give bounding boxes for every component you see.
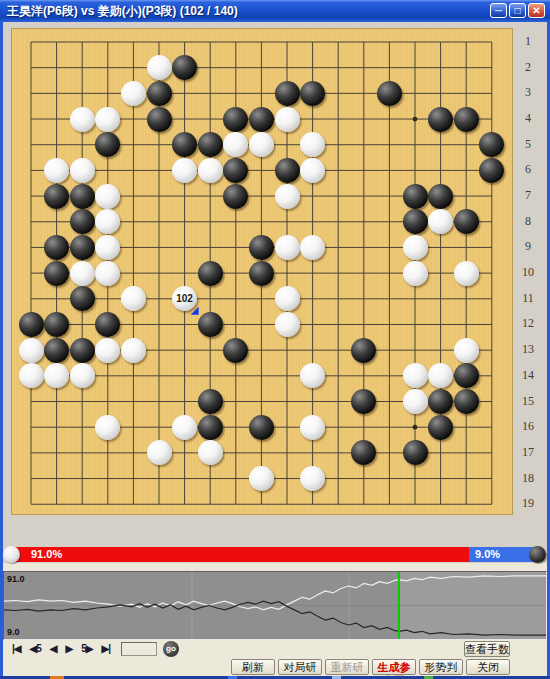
row-label: 6 bbox=[519, 162, 537, 177]
black-stone bbox=[223, 107, 248, 132]
black-stone bbox=[403, 184, 428, 209]
view-moves-button[interactable]: 查看手数 bbox=[464, 641, 510, 657]
black-stone bbox=[403, 209, 428, 234]
row-label: 8 bbox=[519, 214, 537, 229]
black-stone bbox=[198, 261, 223, 286]
black-stone bbox=[44, 338, 69, 363]
white-stone bbox=[121, 338, 146, 363]
white-stone bbox=[70, 107, 95, 132]
last-move-number: 102 bbox=[172, 286, 197, 311]
black-stone bbox=[454, 389, 479, 414]
black-stone bbox=[198, 132, 223, 157]
black-stone bbox=[428, 184, 453, 209]
white-stone bbox=[198, 158, 223, 183]
row-label: 2 bbox=[519, 60, 537, 75]
black-stone bbox=[70, 235, 95, 260]
white-stone bbox=[172, 415, 197, 440]
winrate-bar: 91.0% 9.0% bbox=[3, 546, 547, 563]
row-label: 11 bbox=[519, 291, 537, 306]
black-stone bbox=[70, 209, 95, 234]
black-winrate-label: 9.0% bbox=[475, 548, 500, 560]
black-stone bbox=[428, 107, 453, 132]
close-icon[interactable]: ✕ bbox=[528, 3, 545, 18]
black-stone bbox=[147, 81, 172, 106]
black-stone bbox=[44, 312, 69, 337]
playback-x-button[interactable]: ▶ bbox=[65, 641, 72, 657]
action-button[interactable]: 对局研究 bbox=[278, 659, 322, 675]
white-stone bbox=[19, 338, 44, 363]
white-stone bbox=[44, 158, 69, 183]
white-stone bbox=[275, 312, 300, 337]
black-stone bbox=[147, 107, 172, 132]
go-review-window: { "game": "go", "window": { "title": "王昊… bbox=[0, 0, 550, 679]
playback-buttons: |◀◀5◀▶5▶▶| bbox=[3, 641, 110, 658]
black-stone bbox=[428, 389, 453, 414]
black-stone bbox=[275, 158, 300, 183]
row-label: 10 bbox=[519, 265, 537, 280]
black-stone bbox=[70, 338, 95, 363]
black-stone bbox=[223, 184, 248, 209]
black-stone bbox=[428, 415, 453, 440]
graph-bottom-value: 9.0 bbox=[7, 627, 20, 637]
white-stone bbox=[172, 158, 197, 183]
white-stone bbox=[249, 466, 274, 491]
row-label: 5 bbox=[519, 137, 537, 152]
white-stone bbox=[70, 363, 95, 388]
white-stone bbox=[95, 338, 120, 363]
window-border-left bbox=[0, 0, 3, 679]
black-stone bbox=[275, 81, 300, 106]
black-stone bbox=[19, 312, 44, 337]
black-stone bbox=[403, 440, 428, 465]
graph-top-value: 91.0 bbox=[7, 574, 25, 584]
white-stone bbox=[300, 235, 325, 260]
white-stone bbox=[403, 389, 428, 414]
black-stone bbox=[351, 338, 376, 363]
black-stone bbox=[70, 184, 95, 209]
white-stone bbox=[95, 261, 120, 286]
white-stone bbox=[147, 55, 172, 80]
white-stone bbox=[70, 158, 95, 183]
row-label: 17 bbox=[519, 445, 537, 460]
black-stone bbox=[44, 184, 69, 209]
white-stone bbox=[403, 261, 428, 286]
black-stone bbox=[454, 107, 479, 132]
playback-bar: |◀◀5◀▶5▶▶| go 查看手数 bbox=[3, 641, 547, 658]
black-stone bbox=[44, 235, 69, 260]
white-stone bbox=[300, 466, 325, 491]
playback-x5-button[interactable]: ◀5 bbox=[30, 641, 41, 657]
white-stone bbox=[454, 261, 479, 286]
board-panel: 102 ABCDEFGHIJKLMNOPQRS 1234567891011121… bbox=[3, 22, 547, 546]
white-stone bbox=[275, 286, 300, 311]
black-stone bbox=[70, 286, 95, 311]
white-stone bbox=[19, 363, 44, 388]
minimize-button[interactable]: ─ bbox=[490, 3, 507, 18]
white-winrate-fill bbox=[14, 547, 469, 562]
maximize-button[interactable]: □ bbox=[509, 3, 526, 18]
go-board[interactable]: 102 bbox=[11, 28, 513, 515]
white-stone bbox=[198, 440, 223, 465]
row-label: 14 bbox=[519, 368, 537, 383]
action-button[interactable]: 重新研讨 bbox=[325, 659, 369, 675]
white-stone bbox=[95, 184, 120, 209]
action-buttons-row: 刷新对局研究重新研讨生成参考图形势判断关闭 bbox=[3, 659, 547, 676]
white-stone bbox=[403, 363, 428, 388]
black-stone bbox=[454, 209, 479, 234]
white-stone bbox=[403, 235, 428, 260]
black-stone bbox=[300, 81, 325, 106]
winrate-graph[interactable]: 91.0 9.0 bbox=[3, 571, 547, 640]
white-stone bbox=[121, 81, 146, 106]
playback-x-button[interactable]: ◀ bbox=[50, 641, 57, 657]
action-button[interactable]: 关闭 bbox=[466, 659, 510, 675]
playback-x-button[interactable]: ▶| bbox=[101, 641, 110, 657]
white-winrate-label: 91.0% bbox=[31, 548, 62, 560]
row-label: 19 bbox=[519, 496, 537, 511]
title-bar[interactable]: 王昊洋(P6段) vs 姜勋(小)(P3段) (102 / 140) ─ □ ✕ bbox=[0, 0, 550, 22]
row-label: 13 bbox=[519, 342, 537, 357]
black-stone bbox=[454, 363, 479, 388]
black-stone bbox=[249, 415, 274, 440]
black-stone bbox=[198, 415, 223, 440]
row-label: 3 bbox=[519, 85, 537, 100]
black-stone-icon bbox=[529, 546, 546, 563]
move-number-input[interactable] bbox=[121, 642, 157, 656]
black-stone bbox=[249, 261, 274, 286]
action-button[interactable]: 生成参考图 bbox=[372, 659, 416, 675]
row-label: 18 bbox=[519, 471, 537, 486]
playback-5x-button[interactable]: 5▶ bbox=[81, 641, 92, 657]
black-stone bbox=[249, 235, 274, 260]
action-button[interactable]: 形势判断 bbox=[419, 659, 463, 675]
action-button[interactable]: 刷新 bbox=[231, 659, 275, 675]
black-stone bbox=[44, 261, 69, 286]
white-stone-icon bbox=[3, 546, 20, 563]
white-stone bbox=[275, 235, 300, 260]
white-stone bbox=[300, 158, 325, 183]
row-label: 4 bbox=[519, 111, 537, 126]
white-stone bbox=[95, 415, 120, 440]
row-label: 7 bbox=[519, 188, 537, 203]
row-label: 15 bbox=[519, 394, 537, 409]
winrate-graph-plot bbox=[4, 572, 546, 639]
white-stone bbox=[275, 107, 300, 132]
white-stone bbox=[249, 132, 274, 157]
row-label: 9 bbox=[519, 239, 537, 254]
white-stone bbox=[454, 338, 479, 363]
white-stone bbox=[147, 440, 172, 465]
white-stone bbox=[70, 261, 95, 286]
white-stone bbox=[275, 184, 300, 209]
white-stone bbox=[300, 415, 325, 440]
go-button[interactable]: go bbox=[163, 641, 179, 657]
window-title: 王昊洋(P6段) vs 姜勋(小)(P3段) (102 / 140) bbox=[7, 4, 238, 18]
white-stone: 102 bbox=[172, 286, 197, 311]
row-label: 16 bbox=[519, 419, 537, 434]
row-label: 1 bbox=[519, 34, 537, 49]
black-stone bbox=[198, 389, 223, 414]
black-stone bbox=[223, 338, 248, 363]
black-stone bbox=[377, 81, 402, 106]
white-stone bbox=[95, 107, 120, 132]
black-stone bbox=[249, 107, 274, 132]
row-label: 12 bbox=[519, 316, 537, 331]
black-stone bbox=[198, 312, 223, 337]
playback-x-button[interactable]: |◀ bbox=[12, 641, 21, 657]
